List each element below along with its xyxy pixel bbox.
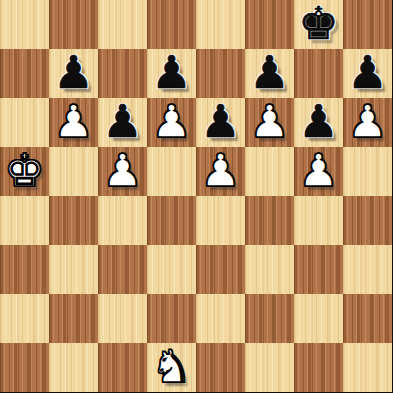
square-e6[interactable]: ♟: [196, 98, 245, 147]
square-f4[interactable]: [245, 196, 294, 245]
square-h1[interactable]: [343, 343, 392, 392]
square-h8[interactable]: [343, 0, 392, 49]
white-pawn-icon[interactable]: ♟: [249, 97, 289, 146]
square-a8[interactable]: [0, 0, 49, 49]
white-pawn-icon[interactable]: ♟: [151, 97, 191, 146]
square-h5[interactable]: [343, 147, 392, 196]
square-g8[interactable]: ♚: [294, 0, 343, 49]
square-b5[interactable]: [49, 147, 98, 196]
square-h6[interactable]: ♟: [343, 98, 392, 147]
square-b8[interactable]: [49, 0, 98, 49]
square-c8[interactable]: [98, 0, 147, 49]
square-g2[interactable]: [294, 294, 343, 343]
square-a3[interactable]: [0, 245, 49, 294]
square-f3[interactable]: [245, 245, 294, 294]
square-f5[interactable]: [245, 147, 294, 196]
square-e4[interactable]: [196, 196, 245, 245]
square-d3[interactable]: [147, 245, 196, 294]
square-g1[interactable]: [294, 343, 343, 392]
square-g4[interactable]: [294, 196, 343, 245]
square-c6[interactable]: ♟: [98, 98, 147, 147]
square-e5[interactable]: ♟: [196, 147, 245, 196]
square-d8[interactable]: [147, 0, 196, 49]
square-a6[interactable]: [0, 98, 49, 147]
square-c7[interactable]: [98, 49, 147, 98]
square-d2[interactable]: [147, 294, 196, 343]
square-g6[interactable]: ♟: [294, 98, 343, 147]
square-a2[interactable]: [0, 294, 49, 343]
square-b1[interactable]: [49, 343, 98, 392]
square-a5[interactable]: ♚: [0, 147, 49, 196]
square-f1[interactable]: [245, 343, 294, 392]
black-king-icon[interactable]: ♚: [298, 0, 338, 48]
square-g7[interactable]: [294, 49, 343, 98]
square-d7[interactable]: ♟: [147, 49, 196, 98]
square-b4[interactable]: [49, 196, 98, 245]
square-a1[interactable]: [0, 343, 49, 392]
square-d5[interactable]: [147, 147, 196, 196]
white-pawn-icon[interactable]: ♟: [298, 146, 338, 195]
square-h4[interactable]: [343, 196, 392, 245]
square-f6[interactable]: ♟: [245, 98, 294, 147]
black-pawn-icon[interactable]: ♟: [200, 97, 240, 146]
square-d6[interactable]: ♟: [147, 98, 196, 147]
square-d1[interactable]: ♞: [147, 343, 196, 392]
square-g5[interactable]: ♟: [294, 147, 343, 196]
square-h3[interactable]: [343, 245, 392, 294]
square-c1[interactable]: [98, 343, 147, 392]
white-pawn-icon[interactable]: ♟: [53, 97, 93, 146]
square-b6[interactable]: ♟: [49, 98, 98, 147]
white-king-icon[interactable]: ♚: [4, 146, 44, 195]
black-pawn-icon[interactable]: ♟: [347, 48, 387, 97]
black-pawn-icon[interactable]: ♟: [249, 48, 289, 97]
square-a4[interactable]: [0, 196, 49, 245]
square-e3[interactable]: [196, 245, 245, 294]
black-pawn-icon[interactable]: ♟: [102, 97, 142, 146]
square-f2[interactable]: [245, 294, 294, 343]
square-e8[interactable]: [196, 0, 245, 49]
black-pawn-icon[interactable]: ♟: [53, 48, 93, 97]
square-h2[interactable]: [343, 294, 392, 343]
square-h7[interactable]: ♟: [343, 49, 392, 98]
square-c2[interactable]: [98, 294, 147, 343]
square-f8[interactable]: [245, 0, 294, 49]
white-pawn-icon[interactable]: ♟: [347, 97, 387, 146]
square-c3[interactable]: [98, 245, 147, 294]
square-f7[interactable]: ♟: [245, 49, 294, 98]
square-c4[interactable]: [98, 196, 147, 245]
square-e2[interactable]: [196, 294, 245, 343]
square-e1[interactable]: [196, 343, 245, 392]
white-pawn-icon[interactable]: ♟: [102, 146, 142, 195]
white-knight-icon[interactable]: ♞: [151, 342, 191, 391]
square-c5[interactable]: ♟: [98, 147, 147, 196]
square-a7[interactable]: [0, 49, 49, 98]
square-b3[interactable]: [49, 245, 98, 294]
black-pawn-icon[interactable]: ♟: [151, 48, 191, 97]
white-pawn-icon[interactable]: ♟: [200, 146, 240, 195]
square-e7[interactable]: [196, 49, 245, 98]
square-b7[interactable]: ♟: [49, 49, 98, 98]
square-d4[interactable]: [147, 196, 196, 245]
black-pawn-icon[interactable]: ♟: [298, 97, 338, 146]
chess-board: ♚♟♟♟♟♟♟♟♟♟♟♟♚♟♟♟♞: [0, 0, 393, 393]
square-b2[interactable]: [49, 294, 98, 343]
square-g3[interactable]: [294, 245, 343, 294]
